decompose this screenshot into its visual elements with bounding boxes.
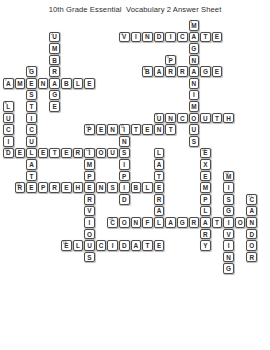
crossword-cell: G [49, 90, 60, 101]
clue-number: 18 [109, 218, 113, 222]
crossword-cell: L [200, 206, 211, 217]
crossword-cell: T [154, 171, 165, 182]
crossword-cell: E [26, 78, 37, 89]
cell-letter: G [226, 208, 231, 214]
crossword-cell: V [84, 206, 95, 217]
cell-letter: V [87, 208, 91, 214]
crossword-cell: S [223, 194, 234, 205]
cell-letter: R [180, 69, 185, 75]
cell-letter: N [191, 58, 196, 64]
cell-letter: E [64, 150, 68, 156]
cell-letter: O [238, 220, 243, 226]
cell-letter: R [168, 69, 173, 75]
crossword-cell: 3V [119, 32, 130, 43]
crossword-cell: G [223, 263, 234, 274]
clue-number: 2 [51, 33, 53, 37]
crossword-cell: M [189, 101, 200, 112]
cell-letter: G [191, 46, 196, 52]
crossword-cell: M [200, 182, 211, 193]
cell-letter: P [41, 185, 45, 191]
crossword-cell: L [154, 217, 165, 228]
crossword-cell: B [61, 78, 72, 89]
cell-letter: I [7, 139, 9, 145]
crossword-cell: 13I [84, 148, 95, 159]
crossword-cell: T [212, 217, 223, 228]
crossword-cell: P [38, 182, 49, 193]
cell-letter: E [41, 150, 45, 156]
cell-letter: E [215, 69, 219, 75]
crossword-cell: I [119, 159, 130, 170]
cell-letter: M [52, 46, 57, 52]
crossword-cell: I [165, 32, 176, 43]
crossword-cell: O [84, 229, 95, 240]
cell-letter: Y [203, 243, 207, 249]
crossword-cell: G [223, 206, 234, 217]
cell-letter: S [226, 197, 230, 203]
cell-letter: V [122, 34, 126, 40]
crossword-cell: I [119, 182, 130, 193]
cell-letter: N [99, 185, 104, 191]
crossword-cell: U [84, 240, 95, 251]
crossword-cell: P [84, 171, 95, 182]
cell-letter: L [76, 81, 80, 87]
crossword-cell: H [223, 113, 234, 124]
cell-letter: R [76, 150, 81, 156]
crossword-cell: 7A [3, 78, 14, 89]
crossword-cell: N [96, 182, 107, 193]
crossword-cell: E [38, 148, 49, 159]
crossword-cell: I [3, 136, 14, 147]
cell-letter: R [191, 220, 196, 226]
crossword-cell: A [154, 159, 165, 170]
crossword-cell: R [49, 66, 60, 77]
cell-letter: E [203, 174, 207, 180]
cell-letter: C [6, 127, 11, 133]
crossword-cell: B [131, 182, 142, 193]
crossword-cell: D [119, 194, 130, 205]
cell-letter: E [157, 243, 161, 249]
clue-number: 14 [202, 149, 206, 153]
crossword-cell: C [96, 240, 107, 251]
cell-letter: I [135, 34, 137, 40]
crossword-cell: T [212, 113, 223, 124]
cell-letter: A [134, 243, 139, 249]
crossword-cell: D [119, 240, 130, 251]
crossword-cell: A [154, 206, 165, 217]
cell-letter: N [249, 220, 254, 226]
cell-letter: N [41, 81, 46, 87]
crossword-cell: 12D [3, 148, 14, 159]
cell-letter: N [226, 255, 231, 261]
cell-letter: P [87, 174, 91, 180]
cell-letter: H [76, 185, 81, 191]
cell-letter: A [157, 162, 162, 168]
crossword-cell: S [84, 252, 95, 263]
crossword-cell: E [96, 124, 107, 135]
crossword-cell: E [61, 148, 72, 159]
crossword-cell: C [26, 124, 37, 135]
crossword-cell: S [189, 136, 200, 147]
cell-letter: E [87, 81, 91, 87]
crossword-cell: 6B [142, 66, 153, 77]
cell-letter: U [191, 127, 196, 133]
crossword-cell: F [142, 217, 153, 228]
crossword-cell: E [26, 182, 37, 193]
cell-letter: U [110, 150, 115, 156]
crossword-cell: 2U [49, 32, 60, 43]
cell-letter: R [157, 197, 162, 203]
clue-number: 17 [248, 195, 252, 199]
crossword-cell: I [131, 32, 142, 43]
cell-letter: A [191, 34, 196, 40]
crossword-cell: O [96, 148, 107, 159]
clue-number: 10 [86, 126, 90, 130]
cell-letter: G [180, 220, 185, 226]
crossword-cell: L [26, 148, 37, 159]
cell-letter: E [53, 104, 57, 110]
crossword-cell: E [154, 240, 165, 251]
crossword-cell: I [223, 217, 234, 228]
crossword-cell: O [189, 113, 200, 124]
crossword-cell: D [246, 229, 257, 240]
crossword-cell: A [26, 159, 37, 170]
crossword-cell: R [154, 194, 165, 205]
cell-letter: A [157, 208, 162, 214]
clue-number: 6 [144, 68, 146, 72]
crossword-cell: 15M [223, 171, 234, 182]
cell-letter: B [134, 185, 139, 191]
crossword-cell: 16R [15, 182, 26, 193]
crossword-cell: R [73, 148, 84, 159]
crossword-cell: O [246, 240, 257, 251]
clue-number: 9 [155, 114, 157, 118]
crossword-cell: R [49, 182, 60, 193]
cell-letter: T [134, 127, 138, 133]
crossword-cell: L [154, 148, 165, 159]
crossword-cell: L [73, 240, 84, 251]
cell-letter: E [157, 185, 161, 191]
cell-letter: L [203, 208, 207, 214]
cell-letter: P [122, 174, 126, 180]
clue-number: 4 [167, 56, 169, 60]
crossword-cell: R [246, 252, 257, 263]
clue-number: 8 [5, 102, 7, 106]
cell-letter: N [145, 34, 150, 40]
crossword-cell: E [84, 78, 95, 89]
crossword-cell: 19E [61, 240, 72, 251]
cell-letter: E [87, 185, 91, 191]
crossword-cell: N [189, 55, 200, 66]
cell-letter: N [168, 116, 173, 122]
clue-number: 19 [63, 242, 67, 246]
cell-letter: A [157, 69, 162, 75]
crossword-cell: 17C [246, 194, 257, 205]
cell-letter: A [249, 208, 254, 214]
clue-number: 11 [121, 126, 125, 130]
crossword-cell: B [49, 55, 60, 66]
cell-letter: O [191, 116, 196, 122]
crossword-cell: T [142, 240, 153, 251]
crossword-cell: L [142, 182, 153, 193]
cell-letter: G [226, 266, 231, 272]
cell-letter: T [215, 116, 219, 122]
cell-letter: E [29, 185, 33, 191]
crossword-cell: L [73, 78, 84, 89]
cell-letter: N [157, 127, 162, 133]
crossword-cell: N [223, 252, 234, 263]
clue-number: 16 [16, 184, 20, 188]
crossword-cell: S [26, 90, 37, 101]
cell-letter: T [203, 34, 207, 40]
crossword-cell: 8L [3, 101, 14, 112]
crossword-cell: R [177, 66, 188, 77]
crossword-cell: U [200, 113, 211, 124]
clue-number: 15 [225, 172, 229, 176]
crossword-cell: C [177, 32, 188, 43]
cell-letter: R [52, 69, 57, 75]
cell-letter: U [6, 116, 11, 122]
crossword-cell: S [107, 182, 118, 193]
crossword-cell: P [119, 171, 130, 182]
cell-letter: T [145, 243, 149, 249]
cell-letter: N [110, 127, 115, 133]
cell-letter: G [203, 69, 208, 75]
crossword-cell: N [38, 78, 49, 89]
cell-letter: F [145, 220, 149, 226]
cell-letter: B [64, 81, 69, 87]
crossword-cell: U [3, 113, 14, 124]
cell-letter: S [29, 92, 33, 98]
crossword-cell: A [165, 217, 176, 228]
cell-letter: C [180, 116, 185, 122]
crossword-cell: 1M [189, 20, 200, 31]
crossword-cell: R [189, 217, 200, 228]
crossword-cell: 10P [84, 124, 95, 135]
crossword-cell: M [84, 159, 95, 170]
cell-letter: R [249, 255, 254, 261]
cell-letter: A [29, 162, 34, 168]
crossword-cell: I [107, 240, 118, 251]
crossword-cell: D [154, 32, 165, 43]
cell-letter: R [87, 197, 92, 203]
cell-letter: P [203, 197, 207, 203]
cell-letter: D [157, 34, 162, 40]
crossword-cell: E [212, 32, 223, 43]
crossword-cell: N [131, 217, 142, 228]
cell-letter: D [122, 197, 127, 203]
clue-number: 12 [5, 149, 9, 153]
cell-letter: M [87, 162, 92, 168]
cell-letter: M [17, 81, 22, 87]
cell-letter: A [52, 81, 57, 87]
page-title: 10th Grade Essential Vocabulary 2 Answer… [0, 5, 270, 14]
cell-letter: E [215, 34, 219, 40]
cell-letter: S [111, 185, 115, 191]
crossword-cell: E [154, 182, 165, 193]
cell-letter: I [228, 220, 230, 226]
cell-letter: S [192, 139, 196, 145]
puzzle-grid: 1M2U3VINDICATEMGB4PN5GR6BARRAGE7AMENABLE… [3, 20, 258, 275]
cell-letter: T [169, 127, 173, 133]
crossword-cell: T [131, 124, 142, 135]
crossword-cell: N [142, 32, 153, 43]
crossword-cell: I [223, 240, 234, 251]
cell-letter: T [30, 104, 34, 110]
cell-letter: I [170, 34, 172, 40]
crossword-cell: N [154, 124, 165, 135]
cell-letter: A [168, 220, 173, 226]
crossword-cell: R [165, 66, 176, 77]
cell-letter: O [99, 150, 104, 156]
crossword-cell: I [223, 182, 234, 193]
clue-number: 7 [5, 79, 7, 83]
crossword-cell: 4P [165, 55, 176, 66]
crossword-cell: N [107, 124, 118, 135]
crossword-cell: P [200, 194, 211, 205]
crossword-cell: X [200, 159, 211, 170]
cell-letter: I [123, 185, 125, 191]
cell-letter: X [203, 162, 207, 168]
crossword-cell: N [119, 136, 130, 147]
crossword-cell: 9U [154, 113, 165, 124]
crossword-cell: V [223, 229, 234, 240]
crossword-cell: R [84, 194, 95, 205]
crossword-cell: G [189, 43, 200, 54]
crossword-cell: G [200, 66, 211, 77]
cell-letter: I [123, 162, 125, 168]
cell-letter: O [87, 232, 92, 238]
cell-letter: M [203, 185, 208, 191]
crossword-cell: N [246, 217, 257, 228]
crossword-cell: U [107, 148, 118, 159]
cell-letter: T [53, 150, 57, 156]
crossword-cell: C [3, 124, 14, 135]
cell-letter: E [145, 127, 149, 133]
clue-number: 5 [28, 68, 30, 72]
crossword-cell: S [119, 148, 130, 159]
cell-letter: A [191, 69, 196, 75]
crossword-cell: E [84, 182, 95, 193]
crossword-cell: N [165, 113, 176, 124]
cell-letter: L [157, 150, 161, 156]
cell-letter: T [30, 174, 34, 180]
cell-letter: O [122, 220, 127, 226]
crossword-cell: A [189, 32, 200, 43]
crossword-cell: A [49, 78, 60, 89]
cell-letter: M [191, 104, 196, 110]
cell-letter: L [76, 243, 80, 249]
crossword-cell: T [165, 124, 176, 135]
cell-letter: E [18, 150, 22, 156]
cell-letter: E [99, 127, 103, 133]
crossword-cell: C [177, 113, 188, 124]
crossword-cell: M [49, 43, 60, 54]
crossword-cell: E [200, 171, 211, 182]
crossword-cell: 18C [107, 217, 118, 228]
crossword-cell: O [119, 217, 130, 228]
crossword-cell: R [200, 229, 211, 240]
crossword-cell: N [189, 78, 200, 89]
cell-letter: B [52, 58, 57, 64]
cell-letter: E [64, 185, 68, 191]
cell-letter: E [29, 81, 33, 87]
cell-letter: S [122, 150, 126, 156]
crossword-cell: O [235, 217, 246, 228]
cell-letter: R [203, 232, 208, 238]
crossword-cell: E [212, 66, 223, 77]
crossword-cell: I [189, 90, 200, 101]
crossword-cell: 14E [200, 148, 211, 159]
cell-letter: N [191, 81, 196, 87]
crossword-cell: E [61, 182, 72, 193]
cell-letter: H [226, 116, 231, 122]
cell-letter: L [6, 104, 10, 110]
cell-letter: P [168, 58, 172, 64]
clue-number: 3 [121, 33, 123, 37]
crossword-cell: Y [200, 240, 211, 251]
cell-letter: I [89, 220, 91, 226]
cell-letter: L [157, 220, 161, 226]
cell-letter: T [157, 174, 161, 180]
cell-letter: N [134, 220, 139, 226]
cell-letter: I [31, 116, 33, 122]
cell-letter: V [226, 232, 230, 238]
cell-letter: C [29, 127, 34, 133]
crossword-cell: A [200, 217, 211, 228]
crossword-cell: T [26, 171, 37, 182]
cell-letter: S [87, 255, 91, 261]
cell-letter: I [228, 243, 230, 249]
cell-letter: I [112, 243, 114, 249]
crossword-cell: H [73, 182, 84, 193]
crossword-cell: M [15, 78, 26, 89]
crossword-cell: 5G [26, 66, 37, 77]
crossword-cell: G [177, 217, 188, 228]
crossword-cell: E [15, 148, 26, 159]
cell-letter: C [99, 243, 104, 249]
cell-letter: I [228, 185, 230, 191]
cell-letter: A [203, 220, 208, 226]
cell-letter: D [249, 232, 254, 238]
crossword-cell: A [189, 66, 200, 77]
cell-letter: O [249, 243, 254, 249]
cell-letter: C [180, 34, 185, 40]
answer-sheet-page: 10th Grade Essential Vocabulary 2 Answer… [0, 0, 270, 350]
clue-number: 1 [190, 21, 192, 25]
crossword-cell: U [26, 136, 37, 147]
cell-letter: L [30, 150, 34, 156]
cell-letter: N [122, 139, 127, 145]
cell-letter: L [145, 185, 149, 191]
crossword-cell: A [154, 66, 165, 77]
cell-letter: D [122, 243, 127, 249]
cell-letter: R [52, 185, 57, 191]
cell-letter: I [193, 92, 195, 98]
crossword-cell: E [142, 124, 153, 135]
crossword-cell: T [200, 32, 211, 43]
clue-number: 13 [86, 149, 90, 153]
cell-letter: U [87, 243, 92, 249]
crossword-cell: A [131, 240, 142, 251]
crossword-cell: U [189, 124, 200, 135]
cell-letter: U [29, 139, 34, 145]
crossword-cell: I [26, 113, 37, 124]
crossword-cell: T [26, 101, 37, 112]
crossword-cell: 11I [119, 124, 130, 135]
crossword-cell: A [246, 206, 257, 217]
cell-letter: U [203, 116, 208, 122]
cell-letter: T [215, 220, 219, 226]
